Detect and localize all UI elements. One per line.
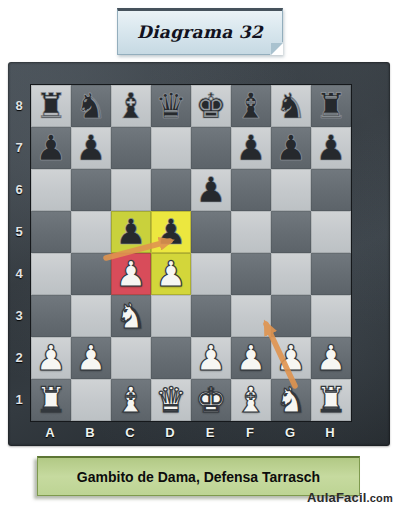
square-e4[interactable] — [191, 253, 231, 295]
rank-label-7: 7 — [8, 126, 30, 168]
piece-black-pawn-c5: ♟ — [115, 215, 146, 250]
file-label-e: E — [190, 421, 230, 444]
square-f2[interactable]: ♟ — [231, 337, 271, 379]
square-c3[interactable]: ♞ — [111, 295, 151, 337]
square-c1[interactable]: ♝ — [111, 379, 151, 421]
piece-white-pawn-c4: ♟ — [115, 257, 146, 292]
square-g7[interactable]: ♟ — [271, 127, 311, 169]
square-a7[interactable]: ♟ — [31, 127, 71, 169]
file-label-f: F — [230, 421, 270, 444]
square-c8[interactable]: ♝ — [111, 85, 151, 127]
piece-black-knight-b8: ♞ — [75, 89, 106, 124]
square-f1[interactable]: ♝ — [231, 379, 271, 421]
piece-black-queen-d8: ♛ — [155, 89, 186, 124]
chess-board-frame: 87654321 ♜♞♝♛♚♝♞♜♟♟♟♟♟♟♟♟♟♟♞♟♟♟♟♟♟♜♝♛♚♝♞… — [8, 62, 390, 446]
piece-white-rook-h1: ♜ — [315, 383, 346, 418]
piece-black-rook-a8: ♜ — [35, 89, 66, 124]
square-d1[interactable]: ♛ — [151, 379, 191, 421]
rank-label-2: 2 — [8, 336, 30, 378]
piece-black-knight-g8: ♞ — [275, 89, 306, 124]
file-label-g: G — [270, 421, 310, 444]
piece-black-pawn-a7: ♟ — [35, 131, 66, 166]
square-h4[interactable] — [311, 253, 351, 295]
square-h5[interactable] — [311, 211, 351, 253]
rank-label-1: 1 — [8, 378, 30, 420]
rank-label-6: 6 — [8, 168, 30, 210]
square-d5[interactable]: ♟ — [151, 211, 191, 253]
file-labels: ABCDEFGH — [30, 421, 350, 444]
square-c2[interactable] — [111, 337, 151, 379]
square-b2[interactable]: ♟ — [71, 337, 111, 379]
rank-label-4: 4 — [8, 252, 30, 294]
piece-black-pawn-g7: ♟ — [275, 131, 306, 166]
square-e7[interactable] — [191, 127, 231, 169]
piece-white-pawn-a2: ♟ — [35, 341, 66, 376]
file-label-b: B — [70, 421, 110, 444]
square-a8[interactable]: ♜ — [31, 85, 71, 127]
square-c4[interactable]: ♟ — [111, 253, 151, 295]
square-e3[interactable] — [191, 295, 231, 337]
square-c7[interactable] — [111, 127, 151, 169]
file-label-h: H — [310, 421, 350, 444]
square-f7[interactable]: ♟ — [231, 127, 271, 169]
diagram-title: Diagrama 32 — [137, 22, 263, 44]
square-a3[interactable] — [31, 295, 71, 337]
square-a5[interactable] — [31, 211, 71, 253]
piece-white-knight-g1: ♞ — [275, 383, 306, 418]
piece-white-queen-d1: ♛ — [155, 383, 186, 418]
square-h3[interactable] — [311, 295, 351, 337]
banner-fold-corner — [271, 43, 283, 55]
brand-watermark[interactable]: AulaFacil.com — [307, 490, 393, 505]
piece-white-pawn-d4: ♟ — [155, 257, 186, 292]
file-label-c: C — [110, 421, 150, 444]
piece-black-pawn-d5: ♟ — [155, 215, 186, 250]
square-h8[interactable]: ♜ — [311, 85, 351, 127]
square-a1[interactable]: ♜ — [31, 379, 71, 421]
diagram-title-banner: Diagrama 32 — [117, 8, 283, 55]
square-b6[interactable] — [71, 169, 111, 211]
square-f3[interactable] — [231, 295, 271, 337]
chess-board: ♜♞♝♛♚♝♞♜♟♟♟♟♟♟♟♟♟♟♞♟♟♟♟♟♟♜♝♛♚♝♞♜ — [30, 84, 352, 422]
piece-black-pawn-b7: ♟ — [75, 131, 106, 166]
square-c6[interactable] — [111, 169, 151, 211]
brand-suffix[interactable]: .com — [367, 492, 393, 504]
square-a2[interactable]: ♟ — [31, 337, 71, 379]
square-f5[interactable] — [231, 211, 271, 253]
square-b1[interactable] — [71, 379, 111, 421]
caption-text: Gambito de Dama, Defensa Tarrasch — [77, 469, 320, 485]
square-h1[interactable]: ♜ — [311, 379, 351, 421]
square-b7[interactable]: ♟ — [71, 127, 111, 169]
piece-white-pawn-e2: ♟ — [195, 341, 226, 376]
square-g2[interactable]: ♟ — [271, 337, 311, 379]
piece-white-pawn-f2: ♟ — [235, 341, 266, 376]
file-label-d: D — [150, 421, 190, 444]
square-g6[interactable] — [271, 169, 311, 211]
square-g8[interactable]: ♞ — [271, 85, 311, 127]
square-e1[interactable]: ♚ — [191, 379, 231, 421]
square-d7[interactable] — [151, 127, 191, 169]
piece-white-pawn-h2: ♟ — [315, 341, 346, 376]
square-g3[interactable] — [271, 295, 311, 337]
piece-white-knight-c3: ♞ — [115, 299, 146, 334]
square-e8[interactable]: ♚ — [191, 85, 231, 127]
piece-black-pawn-f7: ♟ — [235, 131, 266, 166]
square-d3[interactable] — [151, 295, 191, 337]
piece-black-rook-h8: ♜ — [315, 89, 346, 124]
piece-white-pawn-g2: ♟ — [275, 341, 306, 376]
square-g1[interactable]: ♞ — [271, 379, 311, 421]
square-d2[interactable] — [151, 337, 191, 379]
piece-white-pawn-b2: ♟ — [75, 341, 106, 376]
piece-white-king-e1: ♚ — [195, 383, 226, 418]
square-f4[interactable] — [231, 253, 271, 295]
square-d4[interactable]: ♟ — [151, 253, 191, 295]
piece-black-pawn-e6: ♟ — [195, 173, 226, 208]
square-b4[interactable] — [71, 253, 111, 295]
square-g4[interactable] — [271, 253, 311, 295]
piece-white-rook-a1: ♜ — [35, 383, 66, 418]
square-e2[interactable]: ♟ — [191, 337, 231, 379]
square-h7[interactable]: ♟ — [311, 127, 351, 169]
rank-label-5: 5 — [8, 210, 30, 252]
brand-name[interactable]: AulaFacil — [307, 490, 367, 505]
square-b3[interactable] — [71, 295, 111, 337]
square-c5[interactable]: ♟ — [111, 211, 151, 253]
rank-labels: 87654321 — [8, 84, 30, 420]
square-f8[interactable]: ♝ — [231, 85, 271, 127]
piece-white-bishop-c1: ♝ — [115, 383, 146, 418]
square-d8[interactable]: ♛ — [151, 85, 191, 127]
square-a4[interactable] — [31, 253, 71, 295]
piece-black-bishop-c8: ♝ — [115, 89, 146, 124]
file-label-a: A — [30, 421, 70, 444]
square-a6[interactable] — [31, 169, 71, 211]
square-f6[interactable] — [231, 169, 271, 211]
square-b5[interactable] — [71, 211, 111, 253]
rank-label-8: 8 — [8, 84, 30, 126]
square-g5[interactable] — [271, 211, 311, 253]
square-h2[interactable]: ♟ — [311, 337, 351, 379]
rank-label-3: 3 — [8, 294, 30, 336]
square-d6[interactable] — [151, 169, 191, 211]
square-e6[interactable]: ♟ — [191, 169, 231, 211]
piece-white-bishop-f1: ♝ — [235, 383, 266, 418]
square-h6[interactable] — [311, 169, 351, 211]
piece-black-king-e8: ♚ — [195, 89, 226, 124]
square-b8[interactable]: ♞ — [71, 85, 111, 127]
piece-black-bishop-f8: ♝ — [235, 89, 266, 124]
square-e5[interactable] — [191, 211, 231, 253]
piece-black-pawn-h7: ♟ — [315, 131, 346, 166]
